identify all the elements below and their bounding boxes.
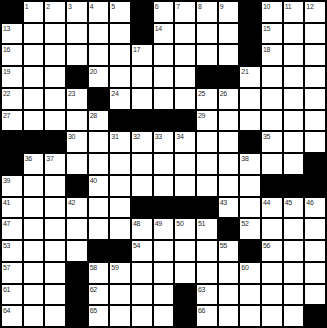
clue-number-33: 33 [155,132,162,141]
cell-r15c5[interactable]: 65 [89,306,109,326]
clue-number-9: 9 [220,2,224,11]
cell-r9c10[interactable] [197,176,217,196]
black-cell-r7c2 [24,132,44,152]
cell-r10c11[interactable]: 43 [219,198,239,218]
clue-number-63: 63 [198,285,205,294]
cell-r6c12[interactable] [240,111,260,131]
cell-r1c11[interactable]: 9 [219,2,239,22]
cell-r3c13[interactable]: 18 [262,45,282,65]
cell-r8c14[interactable] [284,154,304,174]
cell-r1c8[interactable]: 6 [154,2,174,22]
cell-r11c6[interactable] [110,219,130,239]
cell-r5c11[interactable]: 26 [219,89,239,109]
clue-number-3: 3 [68,2,72,11]
cell-r7c10[interactable] [197,132,217,152]
cell-r13c7[interactable] [132,263,152,283]
cell-r7c7[interactable]: 32 [132,132,152,152]
cell-r14c5[interactable]: 62 [89,285,109,305]
black-cell-r14c9 [175,285,195,305]
clue-number-58: 58 [90,263,97,272]
cell-r2c9[interactable] [175,24,195,44]
clue-number-53: 53 [3,241,10,250]
cell-r11c15[interactable] [305,219,325,239]
crossword-grid: 1234567891011121314151617181920212223242… [0,0,327,328]
cell-r5c13[interactable] [262,89,282,109]
black-cell-r9c15 [305,176,325,196]
cell-r3c15[interactable] [305,45,325,65]
clue-number-48: 48 [133,219,140,228]
black-cell-r1c1 [2,2,22,22]
clue-number-13: 13 [3,24,10,33]
black-cell-r10c7 [132,198,152,218]
cell-r5c15[interactable] [305,89,325,109]
clue-number-35: 35 [263,132,270,141]
cell-r1c10[interactable]: 8 [197,2,217,22]
cell-r9c8[interactable] [154,176,174,196]
cell-r8c5[interactable] [89,154,109,174]
cell-r5c8[interactable] [154,89,174,109]
clue-number-62: 62 [90,285,97,294]
cell-r6c13[interactable] [262,111,282,131]
clue-number-41: 41 [3,198,10,207]
cell-r10c6[interactable] [110,198,130,218]
cell-r2c2[interactable] [24,24,44,44]
cell-r8c11[interactable] [219,154,239,174]
cell-r1c9[interactable]: 7 [175,2,195,22]
clue-number-28: 28 [90,111,97,120]
black-cell-r12c6 [110,241,130,261]
black-cell-r4c4 [67,67,87,87]
clue-number-4: 4 [90,2,94,11]
clue-number-30: 30 [68,132,75,141]
cell-r1c3[interactable]: 2 [45,2,65,22]
clue-number-29: 29 [198,111,205,120]
cell-r3c4[interactable] [67,45,87,65]
clue-number-26: 26 [220,89,227,98]
clue-number-47: 47 [3,219,10,228]
clue-number-51: 51 [198,219,205,228]
cell-r2c14[interactable] [284,24,304,44]
clue-number-44: 44 [263,198,270,207]
cell-r14c8[interactable] [154,285,174,305]
black-cell-r10c8 [154,198,174,218]
clue-number-46: 46 [306,198,313,207]
cell-r15c6[interactable] [110,306,130,326]
cell-r11c13[interactable] [262,219,282,239]
cell-r14c13[interactable] [262,285,282,305]
clue-number-12: 12 [306,2,313,11]
cell-r10c1[interactable]: 41 [2,198,22,218]
clue-number-25: 25 [198,89,205,98]
cell-r4c14[interactable] [284,67,304,87]
clue-number-7: 7 [176,2,180,11]
cell-r5c9[interactable] [175,89,195,109]
clue-number-57: 57 [3,263,10,272]
clue-number-11: 11 [285,2,292,11]
cell-r3c6[interactable] [110,45,130,65]
clue-number-16: 16 [3,45,10,54]
clue-number-15: 15 [263,24,270,33]
black-cell-r15c15 [305,306,325,326]
cell-r5c1[interactable]: 22 [2,89,22,109]
black-cell-r9c14 [284,176,304,196]
cell-r14c6[interactable] [110,285,130,305]
cell-r1c2[interactable]: 1 [24,2,44,22]
cell-r3c11[interactable] [219,45,239,65]
cell-r6c4[interactable] [67,111,87,131]
clue-number-19: 19 [3,67,10,76]
cell-r6c11[interactable] [219,111,239,131]
cell-r10c4[interactable]: 42 [67,198,87,218]
cell-r5c6[interactable]: 24 [110,89,130,109]
clue-number-2: 2 [46,2,50,11]
cell-r12c8[interactable] [154,241,174,261]
clue-number-31: 31 [111,132,118,141]
black-cell-r6c9 [175,111,195,131]
clue-number-59: 59 [111,263,118,272]
cell-r5c3[interactable] [45,89,65,109]
cell-r4c3[interactable] [45,67,65,87]
cell-r14c15[interactable] [305,285,325,305]
clue-number-24: 24 [111,89,118,98]
clue-number-55: 55 [220,241,227,250]
clue-number-27: 27 [3,111,10,120]
cell-r3c1[interactable]: 16 [2,45,22,65]
cell-r2c6[interactable] [110,24,130,44]
cell-r3c3[interactable] [45,45,65,65]
cell-r12c3[interactable] [45,241,65,261]
cell-r8c9[interactable] [175,154,195,174]
clue-number-66: 66 [198,306,205,315]
cell-r15c14[interactable] [284,306,304,326]
cell-r9c11[interactable] [219,176,239,196]
cell-r7c4[interactable]: 30 [67,132,87,152]
black-cell-r7c1 [2,132,22,152]
cell-r11c3[interactable] [45,219,65,239]
cell-r10c3[interactable] [45,198,65,218]
cell-r6c3[interactable] [45,111,65,131]
cell-r10c12[interactable] [240,198,260,218]
cell-r6c5[interactable]: 28 [89,111,109,131]
clue-number-60: 60 [241,263,248,272]
cell-r5c7[interactable] [132,89,152,109]
cell-r5c2[interactable] [24,89,44,109]
black-cell-r6c6 [110,111,130,131]
cell-r13c14[interactable] [284,263,304,283]
cell-r13c11[interactable] [219,263,239,283]
cell-r4c5[interactable]: 20 [89,67,109,87]
cell-r13c3[interactable] [45,263,65,283]
black-cell-r13c4 [67,263,87,283]
cell-r8c4[interactable] [67,154,87,174]
cell-r6c15[interactable] [305,111,325,131]
black-cell-r6c8 [154,111,174,131]
clue-number-1: 1 [25,2,29,11]
cell-r12c11[interactable]: 55 [219,241,239,261]
cell-r1c6[interactable]: 5 [110,2,130,22]
cell-r7c5[interactable] [89,132,109,152]
clue-number-38: 38 [241,154,248,163]
cell-r7c8[interactable]: 33 [154,132,174,152]
cell-r3c10[interactable] [197,45,217,65]
black-cell-r15c4 [67,306,87,326]
clue-number-43: 43 [220,198,227,207]
cell-r15c10[interactable]: 66 [197,306,217,326]
cell-r15c7[interactable] [132,306,152,326]
cell-r4c12[interactable]: 21 [240,67,260,87]
cell-r14c14[interactable] [284,285,304,305]
cell-r7c15[interactable] [305,132,325,152]
cell-r4c13[interactable] [262,67,282,87]
cell-r6c1[interactable]: 27 [2,111,22,131]
cell-r5c10[interactable]: 25 [197,89,217,109]
clue-number-10: 10 [263,2,270,11]
cell-r8c8[interactable] [154,154,174,174]
clue-number-42: 42 [68,198,75,207]
cell-r2c5[interactable] [89,24,109,44]
cell-r11c9[interactable]: 50 [175,219,195,239]
cell-r10c15[interactable]: 46 [305,198,325,218]
cell-r4c8[interactable] [154,67,174,87]
cell-r5c14[interactable] [284,89,304,109]
cell-r13c10[interactable] [197,263,217,283]
black-cell-r2c7 [132,24,152,44]
clue-number-18: 18 [263,45,270,54]
black-cell-r9c4 [67,176,87,196]
cell-r13c12[interactable]: 60 [240,263,260,283]
clue-number-40: 40 [90,176,97,185]
clue-number-37: 37 [46,154,53,163]
cell-r2c13[interactable]: 15 [262,24,282,44]
cell-r10c13[interactable]: 44 [262,198,282,218]
cell-r4c6[interactable] [110,67,130,87]
cell-r11c8[interactable]: 49 [154,219,174,239]
clue-number-32: 32 [133,132,140,141]
cell-r15c3[interactable] [45,306,65,326]
clue-number-6: 6 [155,2,159,11]
cell-r9c1[interactable]: 39 [2,176,22,196]
cell-r8c13[interactable] [262,154,282,174]
cell-r4c9[interactable] [175,67,195,87]
cell-r2c11[interactable] [219,24,239,44]
cell-r3c9[interactable] [175,45,195,65]
black-cell-r8c15 [305,154,325,174]
black-cell-r14c4 [67,285,87,305]
black-cell-r4c11 [219,67,239,87]
black-cell-r2c12 [240,24,260,44]
cell-r9c6[interactable] [110,176,130,196]
black-cell-r7c3 [45,132,65,152]
cell-r11c2[interactable] [24,219,44,239]
cell-r7c11[interactable] [219,132,239,152]
cell-r13c13[interactable] [262,263,282,283]
cell-r2c3[interactable] [45,24,65,44]
cell-r15c2[interactable] [24,306,44,326]
clue-number-52: 52 [241,219,248,228]
cell-r12c2[interactable] [24,241,44,261]
cell-r7c6[interactable]: 31 [110,132,130,152]
cell-r6c2[interactable] [24,111,44,131]
black-cell-r6c7 [132,111,152,131]
cell-r8c7[interactable] [132,154,152,174]
cell-r13c6[interactable]: 59 [110,263,130,283]
clue-number-39: 39 [3,176,10,185]
clue-number-50: 50 [176,219,183,228]
clue-number-45: 45 [285,198,292,207]
cell-r1c5[interactable]: 4 [89,2,109,22]
cell-r4c2[interactable] [24,67,44,87]
crossword-page: 15x15 crossword grid, clue numbers 1 to … [0,0,327,328]
cell-r8c12[interactable]: 38 [240,154,260,174]
black-cell-r15c9 [175,306,195,326]
black-cell-r10c10 [197,198,217,218]
cell-r14c1[interactable]: 61 [2,285,22,305]
cell-r2c8[interactable]: 14 [154,24,174,44]
black-cell-r1c12 [240,2,260,22]
cell-r11c12[interactable]: 52 [240,219,260,239]
cell-r3c2[interactable] [24,45,44,65]
clue-number-49: 49 [155,219,162,228]
cell-r8c10[interactable] [197,154,217,174]
cell-r9c12[interactable] [240,176,260,196]
cell-r4c1[interactable]: 19 [2,67,22,87]
cell-r12c10[interactable] [197,241,217,261]
cell-r13c1[interactable]: 57 [2,263,22,283]
cell-r13c8[interactable] [154,263,174,283]
cell-r9c9[interactable] [175,176,195,196]
cell-r13c5[interactable]: 58 [89,263,109,283]
cell-r1c15[interactable]: 12 [305,2,325,22]
cell-r7c9[interactable]: 34 [175,132,195,152]
black-cell-r9c13 [262,176,282,196]
cell-r14c2[interactable] [24,285,44,305]
cell-r3c8[interactable] [154,45,174,65]
clue-number-34: 34 [176,132,183,141]
cell-r15c11[interactable] [219,306,239,326]
black-cell-r11c11 [219,219,239,239]
clue-number-54: 54 [133,241,140,250]
cell-r4c7[interactable] [132,67,152,87]
cell-r12c1[interactable]: 53 [2,241,22,261]
clue-number-36: 36 [25,154,32,163]
cell-r3c5[interactable] [89,45,109,65]
cell-r11c1[interactable]: 47 [2,219,22,239]
clue-number-14: 14 [155,24,162,33]
cell-r12c7[interactable]: 54 [132,241,152,261]
clue-number-23: 23 [68,89,75,98]
cell-r11c10[interactable]: 51 [197,219,217,239]
cell-r12c14[interactable] [284,241,304,261]
black-cell-r4c10 [197,67,217,87]
cell-r3c14[interactable] [284,45,304,65]
cell-r7c14[interactable] [284,132,304,152]
cell-r2c10[interactable] [197,24,217,44]
cell-r12c15[interactable] [305,241,325,261]
cell-r10c2[interactable] [24,198,44,218]
cell-r2c4[interactable] [67,24,87,44]
cell-r6c10[interactable]: 29 [197,111,217,131]
cell-r15c8[interactable] [154,306,174,326]
cell-r12c4[interactable] [67,241,87,261]
cell-r12c13[interactable]: 56 [262,241,282,261]
cell-r3c7[interactable]: 17 [132,45,152,65]
black-cell-r7c12 [240,132,260,152]
cell-r15c1[interactable]: 64 [2,306,22,326]
cell-r1c14[interactable]: 11 [284,2,304,22]
cell-r2c15[interactable] [305,24,325,44]
clue-number-22: 22 [3,89,10,98]
cell-r8c3[interactable]: 37 [45,154,65,174]
clue-number-65: 65 [90,306,97,315]
black-cell-r3c12 [240,45,260,65]
cell-r14c12[interactable] [240,285,260,305]
clue-number-21: 21 [241,67,248,76]
cell-r14c7[interactable] [132,285,152,305]
cell-r11c14[interactable] [284,219,304,239]
cell-r7c13[interactable]: 35 [262,132,282,152]
cell-r14c3[interactable] [45,285,65,305]
cell-r14c10[interactable]: 63 [197,285,217,305]
cell-r13c15[interactable] [305,263,325,283]
clue-number-20: 20 [90,67,97,76]
clue-number-64: 64 [3,306,10,315]
cell-r15c12[interactable] [240,306,260,326]
cell-r9c2[interactable] [24,176,44,196]
black-cell-r8c1 [2,154,22,174]
cell-r15c13[interactable] [262,306,282,326]
black-cell-r10c9 [175,198,195,218]
cell-r5c4[interactable]: 23 [67,89,87,109]
cell-r10c14[interactable]: 45 [284,198,304,218]
black-cell-r1c7 [132,2,152,22]
cell-r9c7[interactable] [132,176,152,196]
cell-r12c9[interactable] [175,241,195,261]
clue-number-17: 17 [133,45,140,54]
cell-r11c5[interactable] [89,219,109,239]
clue-number-8: 8 [198,2,202,11]
black-cell-r12c5 [89,241,109,261]
cell-r1c4[interactable]: 3 [67,2,87,22]
cell-r8c2[interactable]: 36 [24,154,44,174]
cell-r2c1[interactable]: 13 [2,24,22,44]
cell-r11c4[interactable] [67,219,87,239]
cell-r8c6[interactable] [110,154,130,174]
cell-r9c5[interactable]: 40 [89,176,109,196]
cell-r6c14[interactable] [284,111,304,131]
clue-number-56: 56 [263,241,270,250]
black-cell-r5c5 [89,89,109,109]
cell-r13c2[interactable] [24,263,44,283]
clue-number-61: 61 [3,285,10,294]
cell-r1c13[interactable]: 10 [262,2,282,22]
cell-r4c15[interactable] [305,67,325,87]
cell-r14c11[interactable] [219,285,239,305]
cell-r11c7[interactable]: 48 [132,219,152,239]
black-cell-r12c12 [240,241,260,261]
cell-r5c12[interactable] [240,89,260,109]
cell-r13c9[interactable] [175,263,195,283]
cell-r9c3[interactable] [45,176,65,196]
cell-r10c5[interactable] [89,198,109,218]
clue-number-5: 5 [111,2,115,11]
